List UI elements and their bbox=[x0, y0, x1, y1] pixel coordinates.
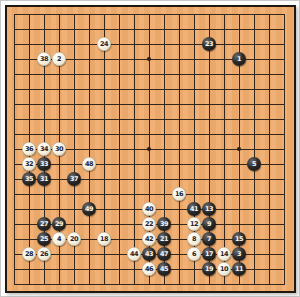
stone-white-30: 30 bbox=[52, 142, 66, 156]
stone-black-29: 29 bbox=[52, 217, 66, 231]
stone-black-3: 3 bbox=[232, 247, 246, 261]
stone-white-28: 28 bbox=[22, 247, 36, 261]
stone-black-21: 21 bbox=[157, 232, 171, 246]
stone-black-9: 9 bbox=[202, 217, 216, 231]
star-point bbox=[237, 147, 241, 151]
stone-white-6: 6 bbox=[187, 247, 201, 261]
stone-black-11: 11 bbox=[232, 262, 246, 276]
stone-white-20: 20 bbox=[67, 232, 81, 246]
stone-white-12: 12 bbox=[187, 217, 201, 231]
stone-black-31: 31 bbox=[37, 172, 51, 186]
stone-black-7: 7 bbox=[202, 232, 216, 246]
stone-white-44: 44 bbox=[127, 247, 141, 261]
stone-black-45: 45 bbox=[157, 262, 171, 276]
stone-black-5: 5 bbox=[247, 157, 261, 171]
stone-white-14: 14 bbox=[217, 247, 231, 261]
stone-black-41: 41 bbox=[187, 202, 201, 216]
stone-white-18: 18 bbox=[97, 232, 111, 246]
stone-black-47: 47 bbox=[157, 247, 171, 261]
stone-black-35: 35 bbox=[22, 172, 36, 186]
stone-black-23: 23 bbox=[202, 37, 216, 51]
stone-white-40: 40 bbox=[142, 202, 156, 216]
stone-black-19: 19 bbox=[202, 262, 216, 276]
go-board: 1234567891011121314151617181920212223242… bbox=[5, 5, 296, 293]
stone-white-16: 16 bbox=[172, 187, 186, 201]
stone-white-46: 46 bbox=[142, 262, 156, 276]
star-point bbox=[147, 57, 151, 61]
page-background: 1234567891011121314151617181920212223242… bbox=[0, 0, 300, 297]
stone-black-25: 25 bbox=[37, 232, 51, 246]
stone-white-24: 24 bbox=[97, 37, 111, 51]
stone-black-43: 43 bbox=[142, 247, 156, 261]
stone-black-37: 37 bbox=[67, 172, 81, 186]
stone-white-38: 38 bbox=[37, 52, 51, 66]
stone-white-8: 8 bbox=[187, 232, 201, 246]
stone-white-32: 32 bbox=[22, 157, 36, 171]
stone-white-34: 34 bbox=[37, 142, 51, 156]
stone-black-27: 27 bbox=[37, 217, 51, 231]
board-grid[interactable]: 1234567891011121314151617181920212223242… bbox=[14, 14, 285, 285]
stone-white-26: 26 bbox=[37, 247, 51, 261]
stone-black-39: 39 bbox=[157, 217, 171, 231]
stone-white-36: 36 bbox=[22, 142, 36, 156]
stone-black-13: 13 bbox=[202, 202, 216, 216]
stone-black-1: 1 bbox=[232, 52, 246, 66]
stone-white-4: 4 bbox=[52, 232, 66, 246]
stone-white-42: 42 bbox=[142, 232, 156, 246]
stone-black-15: 15 bbox=[232, 232, 246, 246]
stone-black-49: 49 bbox=[82, 202, 96, 216]
stone-black-33: 33 bbox=[37, 157, 51, 171]
stone-white-22: 22 bbox=[142, 217, 156, 231]
stone-black-17: 17 bbox=[202, 247, 216, 261]
stone-white-48: 48 bbox=[82, 157, 96, 171]
star-point bbox=[147, 147, 151, 151]
stone-white-2: 2 bbox=[52, 52, 66, 66]
stone-white-10: 10 bbox=[217, 262, 231, 276]
